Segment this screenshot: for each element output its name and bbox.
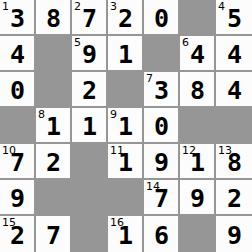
puzzle-board: 1382732045459164402738481191010721119121… <box>0 0 252 252</box>
block-cell <box>108 72 144 108</box>
grid-cell-r6c1[interactable]: 9 <box>0 180 36 216</box>
clue-number: 14 <box>146 181 160 192</box>
clue-number: 10 <box>2 145 16 156</box>
grid-cell-r5c2[interactable]: 2 <box>36 144 72 180</box>
clue-number: 1 <box>2 1 9 12</box>
grid-cell-r7c1[interactable]: 152 <box>0 216 36 252</box>
grid-cell-r1c2[interactable]: 8 <box>36 0 72 36</box>
grid-cell-r5c5[interactable]: 9 <box>144 144 180 180</box>
cell-digit: 9 <box>81 39 97 67</box>
grid-cell-r1c7[interactable]: 45 <box>216 0 252 36</box>
cell-digit: 9 <box>226 220 242 248</box>
cell-digit: 5 <box>226 3 242 31</box>
cell-digit: 8 <box>189 75 205 103</box>
clue-number: 8 <box>38 109 45 120</box>
grid-cell-r7c5[interactable]: 6 <box>144 216 180 252</box>
cell-digit: 4 <box>9 39 25 67</box>
clue-number: 16 <box>110 217 124 228</box>
block-cell <box>216 108 252 144</box>
block-cell <box>36 36 72 72</box>
clue-number: 3 <box>110 1 117 12</box>
cell-digit: 1 <box>117 39 133 67</box>
cell-digit: 4 <box>226 39 242 67</box>
cell-digit: 7 <box>81 3 97 31</box>
grid-cell-r1c3[interactable]: 27 <box>72 0 108 36</box>
grid-cell-r2c6[interactable]: 64 <box>180 36 216 72</box>
cell-digit: 8 <box>45 3 61 31</box>
grid-cell-r2c7[interactable]: 4 <box>216 36 252 72</box>
cell-digit: 4 <box>189 39 205 67</box>
cell-digit: 4 <box>226 75 242 103</box>
grid-cell-r4c2[interactable]: 81 <box>36 108 72 144</box>
block-cell <box>36 180 72 216</box>
cell-digit: 7 <box>45 220 61 248</box>
clue-number: 13 <box>218 145 232 156</box>
cell-digit: 1 <box>81 111 97 139</box>
cell-digit: 3 <box>153 75 169 103</box>
clue-number: 5 <box>74 37 81 48</box>
grid-cell-r3c1[interactable]: 0 <box>0 72 36 108</box>
grid-cell-r1c4[interactable]: 32 <box>108 0 144 36</box>
block-cell <box>180 108 216 144</box>
clue-number: 2 <box>74 1 81 12</box>
block-cell <box>72 216 108 252</box>
cell-digit: 9 <box>189 183 205 211</box>
clue-number: 11 <box>110 145 124 156</box>
grid-cell-r4c5[interactable]: 0 <box>144 108 180 144</box>
cell-digit: 3 <box>9 3 25 31</box>
grid-cell-r6c7[interactable]: 2 <box>216 180 252 216</box>
grid-cell-r6c5[interactable]: 147 <box>144 180 180 216</box>
cell-digit: 1 <box>45 111 61 139</box>
grid-cell-r5c7[interactable]: 138 <box>216 144 252 180</box>
grid-cell-r3c5[interactable]: 73 <box>144 72 180 108</box>
cell-digit: 2 <box>117 3 133 31</box>
grid-cell-r6c6[interactable]: 9 <box>180 180 216 216</box>
block-cell <box>180 216 216 252</box>
clue-number: 9 <box>110 109 117 120</box>
cell-digit: 1 <box>117 111 133 139</box>
grid-cell-r5c1[interactable]: 107 <box>0 144 36 180</box>
cell-digit: 0 <box>153 111 169 139</box>
block-cell <box>36 72 72 108</box>
clue-number: 6 <box>182 37 189 48</box>
grid-cell-r2c4[interactable]: 1 <box>108 36 144 72</box>
block-cell <box>72 180 108 216</box>
block-cell <box>144 36 180 72</box>
grid-cell-r3c6[interactable]: 8 <box>180 72 216 108</box>
clue-number: 4 <box>218 1 225 12</box>
cell-digit: 2 <box>81 75 97 103</box>
grid-cell-r4c3[interactable]: 1 <box>72 108 108 144</box>
block-cell <box>0 108 36 144</box>
block-cell <box>180 0 216 36</box>
grid-cell-r5c6[interactable]: 121 <box>180 144 216 180</box>
cell-digit: 0 <box>9 75 25 103</box>
grid-cell-r7c7[interactable]: 9 <box>216 216 252 252</box>
block-cell <box>72 144 108 180</box>
grid-cell-r7c4[interactable]: 161 <box>108 216 144 252</box>
clue-number: 12 <box>182 145 196 156</box>
grid-cell-r3c7[interactable]: 4 <box>216 72 252 108</box>
grid-cell-r1c5[interactable]: 0 <box>144 0 180 36</box>
block-cell <box>108 180 144 216</box>
grid-cell-r4c4[interactable]: 91 <box>108 108 144 144</box>
cell-digit: 0 <box>153 3 169 31</box>
grid-cell-r7c2[interactable]: 7 <box>36 216 72 252</box>
grid-cell-r3c3[interactable]: 2 <box>72 72 108 108</box>
grid-cell-r1c1[interactable]: 13 <box>0 0 36 36</box>
clue-number: 7 <box>146 73 153 84</box>
cell-digit: 9 <box>9 183 25 211</box>
grid-cell-r5c4[interactable]: 111 <box>108 144 144 180</box>
cell-digit: 2 <box>226 183 242 211</box>
grid-cell-r2c3[interactable]: 59 <box>72 36 108 72</box>
grid-cell-r2c1[interactable]: 4 <box>0 36 36 72</box>
cell-digit: 2 <box>45 147 61 175</box>
cell-digit: 6 <box>153 220 169 248</box>
clue-number: 15 <box>2 217 16 228</box>
cell-digit: 9 <box>153 147 169 175</box>
